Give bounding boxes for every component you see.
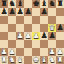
square-h1[interactable]: ♜ <box>56 56 64 64</box>
square-c1[interactable]: ♝ <box>16 56 24 64</box>
piece-white-bishop: ♝ <box>17 56 24 64</box>
piece-black-pawn: ♟ <box>49 32 56 40</box>
piece-black-pawn: ♟ <box>57 24 64 32</box>
square-d6[interactable] <box>24 16 32 24</box>
square-e8[interactable]: ♚ <box>32 0 40 8</box>
piece-black-king: ♚ <box>33 0 40 8</box>
square-b7[interactable]: ♟ <box>8 8 16 16</box>
square-d8[interactable] <box>24 0 32 8</box>
square-b8[interactable]: ♞ <box>8 0 16 8</box>
piece-white-queen: ♛ <box>49 24 56 32</box>
square-h8[interactable]: ♜ <box>56 0 64 8</box>
square-c4[interactable]: ♟ <box>16 32 24 40</box>
square-e6[interactable] <box>32 16 40 24</box>
square-g6[interactable] <box>48 16 56 24</box>
square-a4[interactable] <box>0 32 8 40</box>
square-h5[interactable]: ♟ <box>56 24 64 32</box>
square-h2[interactable]: ♟ <box>56 48 64 56</box>
piece-white-pawn: ♟ <box>57 48 64 56</box>
piece-black-pawn: ♟ <box>17 8 24 16</box>
square-d3[interactable] <box>24 40 32 48</box>
square-d1[interactable] <box>24 56 32 64</box>
square-h7[interactable] <box>56 8 64 16</box>
square-a7[interactable]: ♟ <box>0 8 8 16</box>
piece-black-pawn: ♟ <box>9 8 16 16</box>
square-c2[interactable] <box>16 48 24 56</box>
piece-white-rook: ♜ <box>57 56 64 64</box>
piece-black-knight: ♞ <box>49 0 56 8</box>
square-f2[interactable] <box>40 48 48 56</box>
square-f6[interactable] <box>40 16 48 24</box>
square-a5[interactable] <box>0 24 8 32</box>
square-b4[interactable] <box>8 32 16 40</box>
square-h3[interactable] <box>56 40 64 48</box>
piece-black-rook: ♜ <box>57 0 64 8</box>
piece-black-pawn: ♟ <box>41 32 48 40</box>
piece-white-knight: ♞ <box>49 56 56 64</box>
square-b1[interactable]: ♞ <box>8 56 16 64</box>
square-f5[interactable] <box>40 24 48 32</box>
square-a2[interactable]: ♟ <box>0 48 8 56</box>
square-a8[interactable]: ♜ <box>0 0 8 8</box>
piece-white-pawn: ♟ <box>17 32 24 40</box>
square-e1[interactable]: ♚ <box>32 56 40 64</box>
piece-black-bishop: ♝ <box>17 0 24 8</box>
square-e2[interactable] <box>32 48 40 56</box>
square-e3[interactable] <box>32 40 40 48</box>
square-f7[interactable]: ♟ <box>40 8 48 16</box>
square-d4[interactable]: ♟ <box>24 32 32 40</box>
square-g3[interactable] <box>48 40 56 48</box>
square-b6[interactable] <box>8 16 16 24</box>
square-d2[interactable] <box>24 48 32 56</box>
square-c5[interactable] <box>16 24 24 32</box>
square-g5[interactable]: ♛ <box>48 24 56 32</box>
square-f1[interactable]: ♝ <box>40 56 48 64</box>
square-a6[interactable] <box>0 16 8 24</box>
piece-black-pawn: ♟ <box>1 8 8 16</box>
square-g2[interactable]: ♟ <box>48 48 56 56</box>
square-a1[interactable]: ♜ <box>0 56 8 64</box>
square-g4[interactable]: ♟ <box>48 32 56 40</box>
square-g1[interactable]: ♞ <box>48 56 56 64</box>
square-b3[interactable] <box>8 40 16 48</box>
square-f4[interactable]: ♟ <box>40 32 48 40</box>
piece-white-pawn: ♟ <box>49 48 56 56</box>
piece-white-pawn: ♟ <box>25 32 32 40</box>
piece-white-king: ♚ <box>33 56 40 64</box>
piece-black-rook: ♜ <box>1 0 8 8</box>
chess-board: ♜♞♝♚♝♞♜♟♟♟♟♟♛♟♟♟♟♟♟♟♟♟♟♜♞♝♚♝♞♜ <box>0 0 64 64</box>
piece-white-pawn: ♟ <box>9 48 16 56</box>
square-c3[interactable] <box>16 40 24 48</box>
square-h4[interactable] <box>56 32 64 40</box>
square-c7[interactable]: ♟ <box>16 8 24 16</box>
square-e7[interactable] <box>32 8 40 16</box>
square-c6[interactable] <box>16 16 24 24</box>
piece-black-pawn: ♟ <box>25 8 32 16</box>
square-d7[interactable]: ♟ <box>24 8 32 16</box>
piece-white-rook: ♜ <box>1 56 8 64</box>
square-c8[interactable]: ♝ <box>16 0 24 8</box>
square-b5[interactable] <box>8 24 16 32</box>
square-d5[interactable] <box>24 24 32 32</box>
piece-white-knight: ♞ <box>9 56 16 64</box>
square-g7[interactable] <box>48 8 56 16</box>
piece-white-pawn: ♟ <box>1 48 8 56</box>
square-a3[interactable] <box>0 40 8 48</box>
square-f3[interactable] <box>40 40 48 48</box>
piece-white-pawn: ♟ <box>33 32 40 40</box>
piece-black-pawn: ♟ <box>41 8 48 16</box>
square-e4[interactable]: ♟ <box>32 32 40 40</box>
piece-black-bishop: ♝ <box>41 0 48 8</box>
square-f8[interactable]: ♝ <box>40 0 48 8</box>
piece-white-bishop: ♝ <box>41 56 48 64</box>
square-h6[interactable] <box>56 16 64 24</box>
square-g8[interactable]: ♞ <box>48 0 56 8</box>
square-b2[interactable]: ♟ <box>8 48 16 56</box>
square-e5[interactable] <box>32 24 40 32</box>
piece-black-knight: ♞ <box>9 0 16 8</box>
